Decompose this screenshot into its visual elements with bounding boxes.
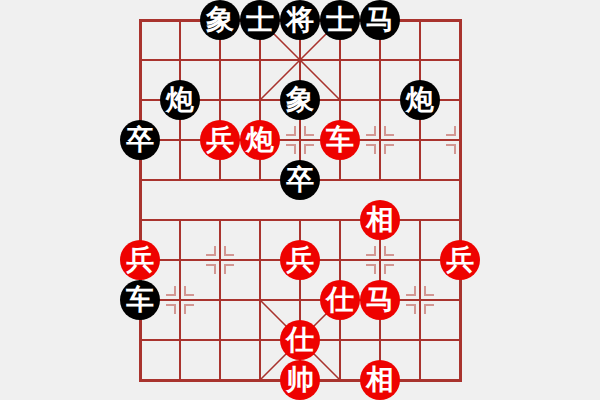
board-point-g2[interactable]: 马: [360, 280, 400, 320]
board-point-a9[interactable]: [120, 0, 160, 40]
piece-red-soldier[interactable]: 兵: [440, 240, 480, 280]
black-advisor-glyph: 士: [326, 6, 354, 34]
board-point-b9[interactable]: [160, 0, 200, 40]
board-point-f3[interactable]: [320, 240, 360, 280]
board-point-a3[interactable]: 兵: [120, 240, 160, 280]
board-point-i7[interactable]: [440, 80, 480, 120]
piece-black-soldier[interactable]: 卒: [280, 160, 320, 200]
board-point-f1[interactable]: [320, 320, 360, 360]
board-point-g1[interactable]: [360, 320, 400, 360]
red-soldier-glyph: 兵: [286, 246, 314, 274]
board-point-e3[interactable]: 兵: [280, 240, 320, 280]
board-point-e4[interactable]: [280, 200, 320, 240]
black-elephant-glyph: 象: [286, 86, 314, 114]
board-point-h4[interactable]: [400, 200, 440, 240]
piece-red-elephant[interactable]: 相: [360, 200, 400, 240]
board-point-d4[interactable]: [240, 200, 280, 240]
board-point-d9[interactable]: 士: [240, 0, 280, 40]
board-point-b4[interactable]: [160, 200, 200, 240]
board-point-f7[interactable]: [320, 80, 360, 120]
board-point-d3[interactable]: [240, 240, 280, 280]
piece-red-advisor[interactable]: 仕: [320, 280, 360, 320]
piece-black-chariot[interactable]: 车: [120, 280, 160, 320]
black-horse-glyph: 马: [366, 6, 394, 34]
board-point-h6[interactable]: [400, 120, 440, 160]
piece-black-advisor[interactable]: 士: [240, 0, 280, 40]
board-point-h2[interactable]: [400, 280, 440, 320]
board-point-i5[interactable]: [440, 160, 480, 200]
red-soldier-glyph: 兵: [126, 246, 154, 274]
board-point-g6[interactable]: [360, 120, 400, 160]
piece-red-advisor[interactable]: 仕: [280, 320, 320, 360]
board-point-b2[interactable]: [160, 280, 200, 320]
board-point-d1[interactable]: [240, 320, 280, 360]
board-point-i6[interactable]: [440, 120, 480, 160]
board-point-c8[interactable]: [200, 40, 240, 80]
board-point-f5[interactable]: [320, 160, 360, 200]
board-point-a0[interactable]: [120, 360, 160, 400]
board-point-b0[interactable]: [160, 360, 200, 400]
board-point-f6[interactable]: 车: [320, 120, 360, 160]
red-chariot-glyph: 车: [326, 126, 354, 154]
board-point-h0[interactable]: [400, 360, 440, 400]
black-general-glyph: 将: [286, 6, 314, 34]
piece-black-horse[interactable]: 马: [360, 0, 400, 40]
board-point-h9[interactable]: [400, 0, 440, 40]
piece-black-elephant[interactable]: 象: [280, 80, 320, 120]
red-cannon-glyph: 炮: [246, 126, 274, 154]
red-advisor-glyph: 仕: [286, 326, 314, 354]
piece-black-general[interactable]: 将: [280, 0, 320, 40]
board-point-i4[interactable]: [440, 200, 480, 240]
piece-red-soldier[interactable]: 兵: [280, 240, 320, 280]
board-point-f9[interactable]: 士: [320, 0, 360, 40]
board-point-c7[interactable]: [200, 80, 240, 120]
board-point-g7[interactable]: [360, 80, 400, 120]
board-point-h7[interactable]: 炮: [400, 80, 440, 120]
board-point-e6[interactable]: [280, 120, 320, 160]
red-soldier-glyph: 兵: [446, 246, 474, 274]
board-point-a1[interactable]: [120, 320, 160, 360]
board-point-i8[interactable]: [440, 40, 480, 80]
board-point-c1[interactable]: [200, 320, 240, 360]
piece-red-horse[interactable]: 马: [360, 280, 400, 320]
red-elephant-glyph: 相: [366, 366, 394, 394]
board-point-e8[interactable]: [280, 40, 320, 80]
board-point-c4[interactable]: [200, 200, 240, 240]
board-point-c5[interactable]: [200, 160, 240, 200]
board-point-b3[interactable]: [160, 240, 200, 280]
board-point-e5[interactable]: 卒: [280, 160, 320, 200]
board-point-c0[interactable]: [200, 360, 240, 400]
black-soldier-glyph: 卒: [286, 166, 314, 194]
board-point-c2[interactable]: [200, 280, 240, 320]
piece-red-cannon[interactable]: 炮: [240, 120, 280, 160]
board-point-i3[interactable]: 兵: [440, 240, 480, 280]
board-point-a6[interactable]: 卒: [120, 120, 160, 160]
board-point-f0[interactable]: [320, 360, 360, 400]
piece-black-advisor[interactable]: 士: [320, 0, 360, 40]
board-point-c3[interactable]: [200, 240, 240, 280]
board-point-g4[interactable]: 相: [360, 200, 400, 240]
piece-black-soldier[interactable]: 卒: [120, 120, 160, 160]
black-cannon-glyph: 炮: [166, 86, 194, 114]
board-point-b7[interactable]: 炮: [160, 80, 200, 120]
board-point-a2[interactable]: 车: [120, 280, 160, 320]
piece-red-chariot[interactable]: 车: [320, 120, 360, 160]
piece-black-elephant[interactable]: 象: [200, 0, 240, 40]
board-point-h8[interactable]: [400, 40, 440, 80]
piece-red-general[interactable]: 帅: [280, 360, 320, 400]
board-point-e0[interactable]: 帅: [280, 360, 320, 400]
board-point-c9[interactable]: 象: [200, 0, 240, 40]
board-point-b6[interactable]: [160, 120, 200, 160]
red-general-glyph: 帅: [286, 366, 314, 394]
board-point-e1[interactable]: 仕: [280, 320, 320, 360]
black-advisor-glyph: 士: [246, 6, 274, 34]
board-point-f2[interactable]: 仕: [320, 280, 360, 320]
board-point-b1[interactable]: [160, 320, 200, 360]
board-point-i1[interactable]: [440, 320, 480, 360]
board-point-i0[interactable]: [440, 360, 480, 400]
piece-black-cannon[interactable]: 炮: [400, 80, 440, 120]
piece-black-cannon[interactable]: 炮: [160, 80, 200, 120]
board-point-d2[interactable]: [240, 280, 280, 320]
red-advisor-glyph: 仕: [326, 286, 354, 314]
board-point-i9[interactable]: [440, 0, 480, 40]
black-cannon-glyph: 炮: [406, 86, 434, 114]
xiangqi-board: 象士将士马炮象炮卒兵炮车卒相兵兵兵车仕马仕帅相: [0, 0, 600, 400]
board-point-g3[interactable]: [360, 240, 400, 280]
board-point-a4[interactable]: [120, 200, 160, 240]
board-point-g0[interactable]: 相: [360, 360, 400, 400]
board-grid: 象士将士马炮象炮卒兵炮车卒相兵兵兵车仕马仕帅相: [120, 0, 480, 400]
board-point-g9[interactable]: 马: [360, 0, 400, 40]
board-point-c6[interactable]: 兵: [200, 120, 240, 160]
piece-red-elephant[interactable]: 相: [360, 360, 400, 400]
board-point-f4[interactable]: [320, 200, 360, 240]
red-soldier-glyph: 兵: [206, 126, 234, 154]
board-point-a5[interactable]: [120, 160, 160, 200]
board-point-h5[interactable]: [400, 160, 440, 200]
board-point-e2[interactable]: [280, 280, 320, 320]
red-elephant-glyph: 相: [366, 206, 394, 234]
board-point-d7[interactable]: [240, 80, 280, 120]
board-point-d5[interactable]: [240, 160, 280, 200]
red-horse-glyph: 马: [366, 286, 394, 314]
board-point-d0[interactable]: [240, 360, 280, 400]
board-point-a7[interactable]: [120, 80, 160, 120]
black-chariot-glyph: 车: [126, 286, 154, 314]
board-point-i2[interactable]: [440, 280, 480, 320]
board-point-h1[interactable]: [400, 320, 440, 360]
board-point-e7[interactable]: 象: [280, 80, 320, 120]
black-elephant-glyph: 象: [206, 6, 234, 34]
board-point-b8[interactable]: [160, 40, 200, 80]
board-point-f8[interactable]: [320, 40, 360, 80]
board-point-d8[interactable]: [240, 40, 280, 80]
board-point-h3[interactable]: [400, 240, 440, 280]
board-point-a8[interactable]: [120, 40, 160, 80]
board-point-b5[interactable]: [160, 160, 200, 200]
board-point-g8[interactable]: [360, 40, 400, 80]
board-point-d6[interactable]: 炮: [240, 120, 280, 160]
black-soldier-glyph: 卒: [126, 126, 154, 154]
piece-red-soldier[interactable]: 兵: [120, 240, 160, 280]
board-point-e9[interactable]: 将: [280, 0, 320, 40]
board-point-g5[interactable]: [360, 160, 400, 200]
piece-red-soldier[interactable]: 兵: [200, 120, 240, 160]
